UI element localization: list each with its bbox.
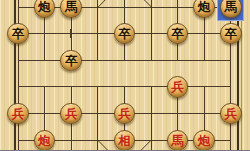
piece-red-pawn[interactable]: 兵 <box>60 103 82 125</box>
xiangqi-board[interactable]: 炮馬炮馬卒卒卒卒卒兵兵兵兵兵炮相馬炮 <box>0 0 250 150</box>
piece-red-elephant[interactable]: 相 <box>114 130 136 151</box>
piece-black-horse[interactable]: 馬 <box>220 0 242 18</box>
point-marker <box>67 29 76 38</box>
piece-red-pawn[interactable]: 兵 <box>220 103 242 125</box>
piece-red-pawn[interactable]: 兵 <box>167 76 189 98</box>
piece-black-pawn[interactable]: 卒 <box>220 23 242 45</box>
piece-black-pawn[interactable]: 卒 <box>60 50 82 72</box>
point-marker <box>173 109 182 118</box>
piece-black-pawn[interactable]: 卒 <box>7 23 29 45</box>
piece-red-cannon[interactable]: 炮 <box>193 130 215 151</box>
piece-red-horse[interactable]: 馬 <box>167 130 189 151</box>
piece-red-cannon[interactable]: 炮 <box>34 130 56 151</box>
piece-red-pawn[interactable]: 兵 <box>7 103 29 125</box>
